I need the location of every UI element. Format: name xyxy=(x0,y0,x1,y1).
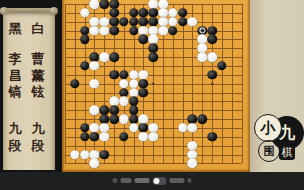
black-stone xyxy=(149,52,159,62)
black-player-name: 李昌镐 xyxy=(7,51,23,101)
white-stone xyxy=(207,52,217,62)
player-names-scroll: 白 曹薰铉 九段 黑 李昌镐 九段 xyxy=(0,0,60,172)
scroll-char: 薰 xyxy=(32,68,45,85)
scroll-char: 段 xyxy=(9,138,22,155)
white-stone xyxy=(99,26,109,36)
scroll-char: 九 xyxy=(32,121,45,138)
scroll-char: 镐 xyxy=(9,84,22,101)
black-stone xyxy=(178,17,188,27)
scroll-char: 铉 xyxy=(32,84,45,101)
speed-chip[interactable] xyxy=(120,178,131,183)
white-stone xyxy=(90,159,100,169)
player-control-bar xyxy=(0,172,304,190)
white-player-name: 曹薰铉 xyxy=(30,51,46,101)
white-stone xyxy=(90,61,100,71)
white-stone xyxy=(80,150,90,160)
scroll-char: 曹 xyxy=(32,51,45,68)
scroll-paper: 白 曹薰铉 九段 黑 李昌镐 九段 xyxy=(3,13,55,170)
black-stone xyxy=(139,88,149,98)
white-stone xyxy=(99,52,109,62)
black-stone xyxy=(129,26,139,36)
prev-button[interactable] xyxy=(113,178,118,183)
go-board-grid[interactable] xyxy=(65,4,242,163)
black-stone xyxy=(168,26,178,36)
scroll-char: 九 xyxy=(9,121,22,138)
toggle-knob xyxy=(153,178,159,184)
side-panel: 九 小 围 棋 xyxy=(250,0,304,172)
white-stone xyxy=(188,159,198,169)
video-frame: 白 曹薰铉 九段 黑 李昌镐 九段 九 小 围 xyxy=(0,0,304,190)
grid-line-h xyxy=(65,93,242,94)
star-point xyxy=(152,82,155,85)
quality-chip[interactable] xyxy=(134,178,149,183)
grid-line-v xyxy=(192,4,193,163)
black-stone xyxy=(119,132,129,142)
logo-char-qi: 棋 xyxy=(282,145,293,160)
black-stone xyxy=(217,61,227,71)
black-stone xyxy=(109,26,119,36)
black-stone xyxy=(119,17,129,27)
danmaku-toggle[interactable] xyxy=(152,177,166,185)
black-stone xyxy=(207,35,217,45)
black-stone xyxy=(198,114,208,124)
white-label: 白 xyxy=(30,21,46,38)
channel-logo: 九 小 围 棋 xyxy=(252,112,302,170)
menu-chip[interactable] xyxy=(169,178,184,183)
white-stone xyxy=(198,52,208,62)
last-move-marker xyxy=(199,28,205,34)
black-stone xyxy=(80,61,90,71)
white-stone xyxy=(90,106,100,116)
grid-line-v xyxy=(242,4,243,163)
black-stone xyxy=(109,52,119,62)
white-stone xyxy=(129,123,139,133)
white-stone xyxy=(119,97,129,107)
grid-line-h xyxy=(65,146,242,147)
grid-line-v xyxy=(183,4,184,163)
white-stone xyxy=(90,0,100,9)
black-stone xyxy=(207,132,217,142)
black-stone xyxy=(109,70,119,80)
go-board[interactable] xyxy=(62,0,250,172)
logo-square: 棋 xyxy=(279,144,295,160)
black-stone xyxy=(109,114,119,124)
black-label: 黑 xyxy=(7,21,23,38)
black-stone xyxy=(80,35,90,45)
grid-line-v xyxy=(222,4,223,163)
white-stone xyxy=(119,114,129,124)
black-stone xyxy=(99,150,109,160)
logo-char-xiao: 小 xyxy=(261,119,276,138)
scroll-char: 李 xyxy=(9,51,22,68)
grid-line-v xyxy=(232,4,233,163)
black-stone xyxy=(139,35,149,45)
white-stone xyxy=(158,26,168,36)
next-button[interactable] xyxy=(187,178,192,183)
white-stone xyxy=(149,132,159,142)
black-stone xyxy=(80,132,90,142)
white-stone xyxy=(188,123,198,133)
white-stone xyxy=(178,123,188,133)
black-player-rank: 九段 xyxy=(7,121,23,154)
white-stone xyxy=(70,150,80,160)
logo-char-wei: 围 xyxy=(264,144,275,159)
white-stone xyxy=(90,26,100,36)
scroll-char: 昌 xyxy=(9,68,22,85)
black-stone xyxy=(99,0,109,9)
white-stone xyxy=(99,132,109,142)
white-player-rank: 九段 xyxy=(30,121,46,154)
logo-ring-circle: 围 xyxy=(258,140,280,162)
white-stone xyxy=(139,132,149,142)
white-stone xyxy=(80,8,90,18)
white-stone xyxy=(90,79,100,89)
logo-white-circle: 小 xyxy=(254,114,282,142)
scroll-char: 段 xyxy=(32,138,45,155)
grid-line-h xyxy=(65,101,242,102)
grid-line-h xyxy=(65,119,242,120)
black-stone xyxy=(90,132,100,142)
white-stone xyxy=(188,17,198,27)
playback-controls xyxy=(113,177,192,185)
black-stone xyxy=(70,79,80,89)
star-point xyxy=(211,82,214,85)
black-stone xyxy=(207,70,217,80)
